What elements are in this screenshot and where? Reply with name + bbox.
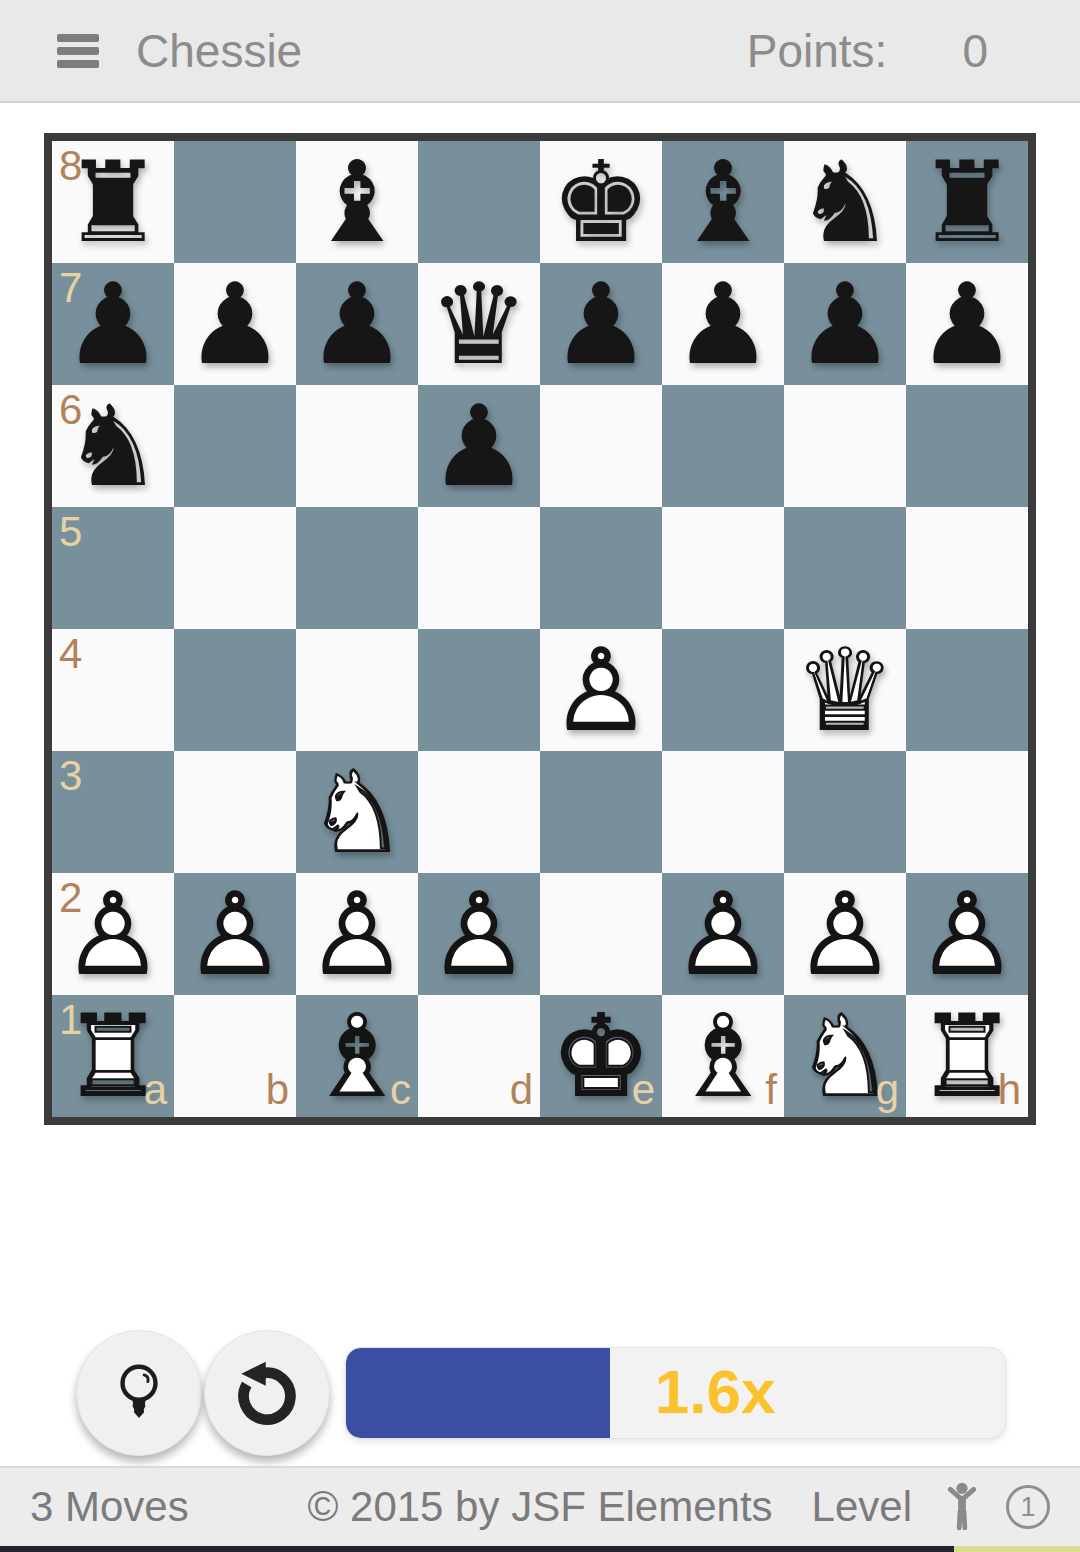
app-title: Chessie <box>136 24 302 78</box>
points-value: 0 <box>962 24 988 78</box>
piece-white-pawn[interactable]: ♟♙ <box>906 873 1028 995</box>
board-wrap: 8♜♝♚♝♞♜7♟♟♟♛♟♟♟♟6♞♟54♟♙♛♕3♞♘2♟♙♟♙♟♙♟♙♟♙♟… <box>44 133 1080 1125</box>
square-g8[interactable]: ♞ <box>784 141 906 263</box>
square-g6[interactable] <box>784 385 906 507</box>
square-c8[interactable]: ♝ <box>296 141 418 263</box>
file-label-b: b <box>266 1069 289 1111</box>
piece-white-rook[interactable]: ♜♖ <box>52 995 174 1117</box>
level-label: Level <box>812 1483 912 1531</box>
piece-white-knight[interactable]: ♞♘ <box>296 751 418 873</box>
square-e7[interactable]: ♟ <box>540 263 662 385</box>
square-a6[interactable]: 6♞ <box>52 385 174 507</box>
piece-black-knight[interactable]: ♞ <box>52 385 174 507</box>
piece-black-rook[interactable]: ♜ <box>906 141 1028 263</box>
square-g1[interactable]: g♞♘ <box>784 995 906 1117</box>
square-e8[interactable]: ♚ <box>540 141 662 263</box>
piece-black-pawn[interactable]: ♟ <box>662 263 784 385</box>
square-b7[interactable]: ♟ <box>174 263 296 385</box>
piece-black-rook[interactable]: ♜ <box>52 141 174 263</box>
square-b5[interactable] <box>174 507 296 629</box>
piece-white-pawn[interactable]: ♟♙ <box>784 873 906 995</box>
piece-white-king[interactable]: ♚♔ <box>540 995 662 1117</box>
piece-white-queen[interactable]: ♛♕ <box>784 629 906 751</box>
square-b6[interactable] <box>174 385 296 507</box>
square-c5[interactable] <box>296 507 418 629</box>
square-a3[interactable]: 3 <box>52 751 174 873</box>
person-icon <box>936 1478 988 1536</box>
moves-counter: 3 Moves <box>30 1483 189 1531</box>
square-d1[interactable]: d <box>418 995 540 1117</box>
square-f3[interactable] <box>662 751 784 873</box>
square-d7[interactable]: ♛ <box>418 263 540 385</box>
square-b4[interactable] <box>174 629 296 751</box>
piece-white-pawn[interactable]: ♟♙ <box>296 873 418 995</box>
chess-board[interactable]: 8♜♝♚♝♞♜7♟♟♟♛♟♟♟♟6♞♟54♟♙♛♕3♞♘2♟♙♟♙♟♙♟♙♟♙♟… <box>44 133 1036 1125</box>
square-f2[interactable]: ♟♙ <box>662 873 784 995</box>
level-indicator: Level 1 <box>812 1478 1050 1536</box>
square-d6[interactable]: ♟ <box>418 385 540 507</box>
square-b3[interactable] <box>174 751 296 873</box>
piece-black-bishop[interactable]: ♝ <box>662 141 784 263</box>
bottom-strip-green <box>954 1546 1080 1552</box>
hint-button[interactable] <box>76 1330 202 1456</box>
piece-white-pawn[interactable]: ♟♙ <box>174 873 296 995</box>
square-g3[interactable] <box>784 751 906 873</box>
square-a1[interactable]: 1a♜♖ <box>52 995 174 1117</box>
square-g4[interactable]: ♛♕ <box>784 629 906 751</box>
piece-black-pawn[interactable]: ♟ <box>540 263 662 385</box>
square-c7[interactable]: ♟ <box>296 263 418 385</box>
piece-white-knight[interactable]: ♞♘ <box>784 995 906 1117</box>
undo-button[interactable] <box>204 1330 330 1456</box>
speed-multiplier-label: 1.6x <box>655 1356 776 1427</box>
square-d5[interactable] <box>418 507 540 629</box>
square-e6[interactable] <box>540 385 662 507</box>
square-c1[interactable]: c♝♗ <box>296 995 418 1117</box>
piece-white-bishop[interactable]: ♝♗ <box>662 995 784 1117</box>
square-c2[interactable]: ♟♙ <box>296 873 418 995</box>
square-f5[interactable] <box>662 507 784 629</box>
square-h1[interactable]: h♜♖ <box>906 995 1028 1117</box>
app-header: Chessie Points: 0 <box>0 0 1080 103</box>
square-a8[interactable]: 8♜ <box>52 141 174 263</box>
piece-white-bishop[interactable]: ♝♗ <box>296 995 418 1117</box>
square-e4[interactable]: ♟♙ <box>540 629 662 751</box>
piece-white-rook[interactable]: ♜♖ <box>906 995 1028 1117</box>
piece-black-pawn[interactable]: ♟ <box>906 263 1028 385</box>
square-e1[interactable]: e♚♔ <box>540 995 662 1117</box>
piece-white-pawn[interactable]: ♟♙ <box>418 873 540 995</box>
lightbulb-icon <box>101 1355 177 1431</box>
square-a5[interactable]: 5 <box>52 507 174 629</box>
piece-black-pawn[interactable]: ♟ <box>296 263 418 385</box>
square-d2[interactable]: ♟♙ <box>418 873 540 995</box>
speed-progress-fill <box>346 1348 610 1438</box>
square-b1[interactable]: b <box>174 995 296 1117</box>
piece-black-king[interactable]: ♚ <box>540 141 662 263</box>
square-h2[interactable]: ♟♙ <box>906 873 1028 995</box>
square-f6[interactable] <box>662 385 784 507</box>
rank-label-3: 3 <box>59 755 82 797</box>
piece-black-knight[interactable]: ♞ <box>784 141 906 263</box>
level-badge: 1 <box>1006 1485 1050 1529</box>
bottom-strip-dark <box>0 1546 954 1552</box>
square-a4[interactable]: 4 <box>52 629 174 751</box>
square-f8[interactable]: ♝ <box>662 141 784 263</box>
piece-black-pawn[interactable]: ♟ <box>174 263 296 385</box>
square-f4[interactable] <box>662 629 784 751</box>
square-d3[interactable] <box>418 751 540 873</box>
piece-white-pawn[interactable]: ♟♙ <box>52 873 174 995</box>
points-display: Points: 0 <box>747 24 988 78</box>
square-a2[interactable]: 2♟♙ <box>52 873 174 995</box>
square-g7[interactable]: ♟ <box>784 263 906 385</box>
piece-white-pawn[interactable]: ♟♙ <box>662 873 784 995</box>
square-a7[interactable]: 7♟ <box>52 263 174 385</box>
square-f1[interactable]: f♝♗ <box>662 995 784 1117</box>
rank-label-4: 4 <box>59 633 82 675</box>
square-e5[interactable] <box>540 507 662 629</box>
square-b8[interactable] <box>174 141 296 263</box>
square-g2[interactable]: ♟♙ <box>784 873 906 995</box>
piece-black-pawn[interactable]: ♟ <box>418 385 540 507</box>
square-h3[interactable] <box>906 751 1028 873</box>
square-c6[interactable] <box>296 385 418 507</box>
undo-icon <box>229 1355 305 1431</box>
hamburger-menu-icon[interactable] <box>57 34 99 68</box>
app-footer: 3 Moves © 2015 by JSF Elements Level 1 <box>0 1466 1080 1546</box>
square-b2[interactable]: ♟♙ <box>174 873 296 995</box>
points-label: Points: <box>747 24 888 78</box>
square-c4[interactable] <box>296 629 418 751</box>
speed-progress-bar: 1.6x <box>345 1347 1006 1439</box>
controls-row: 1.6x <box>0 1330 1080 1456</box>
square-h7[interactable]: ♟ <box>906 263 1028 385</box>
file-label-d: d <box>510 1069 533 1111</box>
bottom-strip <box>0 1546 1080 1552</box>
piece-black-pawn[interactable]: ♟ <box>52 263 174 385</box>
square-d8[interactable] <box>418 141 540 263</box>
square-h5[interactable] <box>906 507 1028 629</box>
square-e3[interactable] <box>540 751 662 873</box>
square-h6[interactable] <box>906 385 1028 507</box>
piece-black-queen[interactable]: ♛ <box>418 263 540 385</box>
piece-black-bishop[interactable]: ♝ <box>296 141 418 263</box>
piece-black-pawn[interactable]: ♟ <box>784 263 906 385</box>
square-d4[interactable] <box>418 629 540 751</box>
rank-label-5: 5 <box>59 511 82 553</box>
square-e2[interactable] <box>540 873 662 995</box>
square-g5[interactable] <box>784 507 906 629</box>
piece-white-pawn[interactable]: ♟♙ <box>540 629 662 751</box>
square-h8[interactable]: ♜ <box>906 141 1028 263</box>
square-h4[interactable] <box>906 629 1028 751</box>
square-c3[interactable]: ♞♘ <box>296 751 418 873</box>
square-f7[interactable]: ♟ <box>662 263 784 385</box>
